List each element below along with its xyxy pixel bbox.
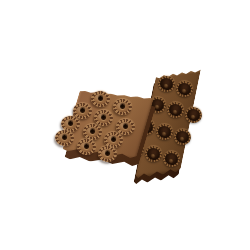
crown-dome: [90, 90, 111, 108]
crown-dome: [54, 129, 75, 147]
front-mold-domes: [0, 0, 250, 250]
crown-dome: [76, 138, 97, 156]
product-photo-canvas: [0, 0, 250, 250]
crown-dome: [112, 98, 133, 116]
crown-dome: [97, 145, 118, 163]
front-mold: [0, 0, 250, 250]
